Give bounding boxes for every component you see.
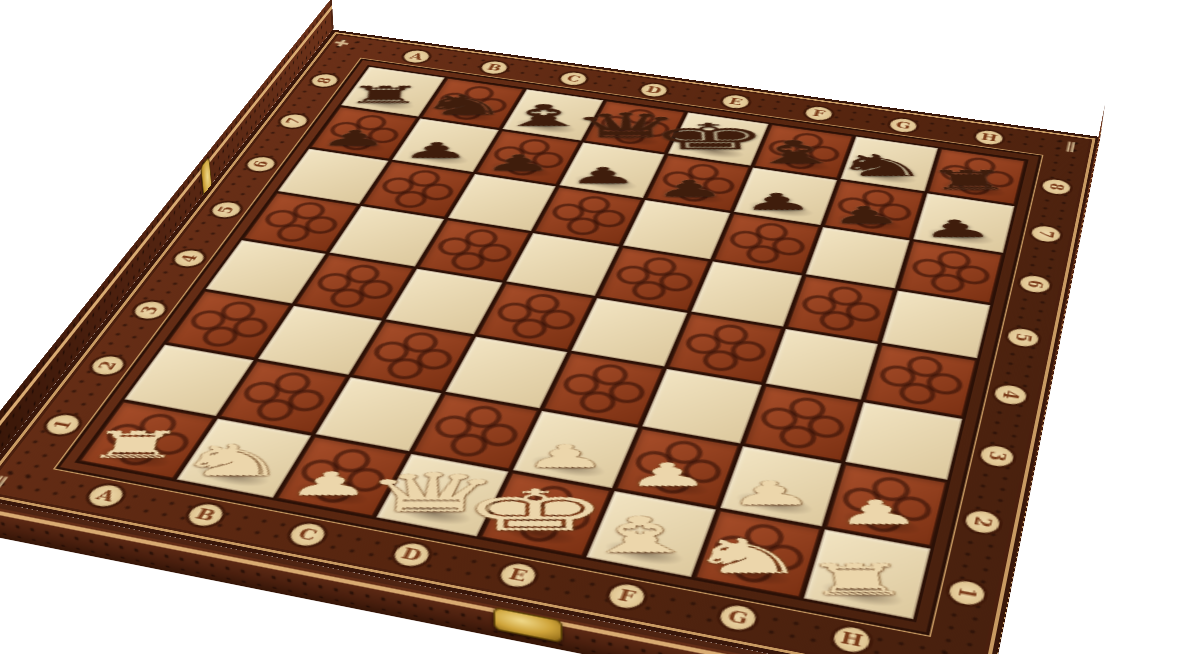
rank-label-2-left: 2 — [83, 352, 133, 379]
white-knight-b1[interactable]: ♞ — [169, 439, 294, 482]
square-c3[interactable] — [351, 321, 473, 391]
rank-label-5-left: 5 — [204, 199, 248, 221]
file-label-a-near: A — [79, 480, 132, 511]
square-d1[interactable]: ♛ — [377, 454, 509, 536]
white-queen-d1[interactable]: ♛ — [358, 467, 504, 521]
black-pawn-f7[interactable]: ♟ — [739, 190, 815, 213]
file-label-a-far: A — [397, 48, 435, 66]
piece-shadow — [733, 488, 817, 520]
square-b3[interactable] — [258, 305, 381, 374]
rank-label-6-right: 6 — [1015, 272, 1054, 296]
file-label-g-far: G — [885, 116, 921, 136]
white-pawn-g2[interactable]: ♟ — [726, 478, 816, 511]
corner-mark-far-left: ✚ — [330, 37, 353, 49]
file-label-c-near: C — [281, 518, 334, 551]
black-pawn-c7[interactable]: ♟ — [483, 152, 555, 174]
square-c2[interactable] — [315, 377, 442, 452]
product-photo-scene: ♜♞♝♛♚♝♞♜♟♟♟♟♟♟♟♟♟♟♟♟♜♞♟♛♚♝♞♜ AABBCCDDEEF… — [0, 0, 1200, 654]
square-g1[interactable]: ♞ — [694, 510, 822, 598]
file-label-f-far: F — [800, 104, 837, 123]
piece-shadow — [600, 536, 686, 570]
file-label-g-near: G — [713, 600, 764, 636]
rank-label-1-left: 1 — [37, 410, 89, 439]
square-a2[interactable] — [124, 344, 253, 416]
perspective-wrapper: ♜♞♝♛♚♝♞♜♟♟♟♟♟♟♟♟♟♟♟♟♜♞♟♛♚♝♞♜ AABBCCDDEEF… — [0, 0, 1200, 654]
white-pawn-c1[interactable]: ♟ — [284, 468, 375, 501]
rank-label-8-left: 8 — [305, 71, 345, 90]
black-rook-h8[interactable]: ♜ — [923, 167, 1015, 194]
square-f4[interactable] — [667, 313, 781, 382]
square-b1[interactable]: ♞ — [176, 419, 310, 498]
piece-shadow — [290, 478, 374, 510]
square-f1[interactable]: ♝ — [586, 491, 715, 577]
square-e3[interactable] — [543, 352, 663, 425]
black-pawn-b7[interactable]: ♟ — [400, 139, 472, 161]
square-e4[interactable] — [571, 298, 687, 366]
rank-label-4-left: 4 — [166, 247, 212, 271]
black-knight-g8[interactable]: ♞ — [829, 150, 933, 180]
file-label-h-far: H — [971, 128, 1007, 148]
file-label-h-near: H — [827, 621, 877, 654]
square-a3[interactable] — [167, 290, 291, 357]
square-g2[interactable]: ♟ — [719, 445, 842, 526]
piece-shadow — [840, 507, 925, 540]
rank-label-5-right: 5 — [1003, 325, 1044, 351]
square-h3[interactable] — [846, 402, 962, 479]
file-label-e-near: E — [492, 558, 544, 592]
black-pawn-e7[interactable]: ♟ — [653, 177, 727, 200]
square-f2[interactable]: ♟ — [615, 428, 739, 508]
white-rook-h1[interactable]: ♜ — [801, 559, 915, 602]
corner-mark-near-left: ∥ — [0, 473, 12, 493]
square-a1[interactable]: ♜ — [79, 402, 214, 479]
piece-shadow — [391, 497, 476, 529]
piece-shadow — [190, 460, 274, 491]
rank-label-7-right: 7 — [1027, 223, 1065, 246]
rank-label-3-right: 3 — [975, 441, 1019, 471]
file-label-d-near: D — [385, 538, 437, 571]
piece-shadow — [708, 556, 795, 590]
white-knight-g1[interactable]: ♞ — [684, 532, 812, 580]
piece-shadow — [93, 442, 176, 472]
square-h2[interactable]: ♟ — [826, 464, 947, 547]
black-rook-a8[interactable]: ♜ — [342, 83, 426, 107]
rank-label-3-left: 3 — [126, 298, 174, 323]
square-f3[interactable] — [642, 369, 761, 443]
white-king-e1[interactable]: ♚ — [458, 483, 610, 540]
square-d3[interactable] — [446, 336, 567, 407]
rank-label-2-right: 2 — [960, 506, 1006, 538]
rank-label-4-right: 4 — [989, 381, 1031, 409]
square-b2[interactable] — [219, 360, 347, 433]
black-pawn-h7[interactable]: ♟ — [917, 217, 997, 241]
square-h5[interactable] — [882, 291, 990, 358]
square-h1[interactable]: ♜ — [804, 530, 930, 619]
square-g3[interactable] — [743, 385, 861, 461]
square-e5[interactable] — [598, 247, 709, 311]
file-label-b-near: B — [179, 499, 232, 531]
square-g4[interactable] — [765, 329, 878, 400]
chess-board: ♜♞♝♛♚♝♞♜♟♟♟♟♟♟♟♟♟♟♟♟♜♞♟♛♚♝♞♜ AABBCCDDEEF… — [0, 30, 1100, 654]
white-pawn-f2[interactable]: ♟ — [623, 459, 711, 491]
corner-mark-far-right: ∥ — [1064, 140, 1077, 153]
file-label-b-far: B — [475, 58, 513, 76]
file-label-c-far: C — [555, 70, 593, 89]
square-h4[interactable] — [865, 345, 977, 417]
piece-shadow — [819, 576, 907, 611]
square-c1[interactable]: ♟ — [275, 436, 408, 516]
piece-shadow — [527, 451, 610, 482]
square-e1[interactable]: ♚ — [480, 473, 610, 557]
square-e2[interactable]: ♟ — [513, 410, 638, 488]
file-label-e-far: E — [717, 92, 754, 111]
rank-label-7-left: 7 — [273, 111, 314, 131]
file-label-d-far: D — [635, 81, 672, 100]
white-bishop-f1[interactable]: ♝ — [576, 510, 706, 560]
black-pawn-a7[interactable]: ♟ — [318, 127, 391, 148]
square-d2[interactable] — [413, 393, 539, 469]
rank-label-6-left: 6 — [240, 154, 282, 175]
rank-label-1-right: 1 — [943, 576, 991, 611]
black-pawn-g7[interactable]: ♟ — [827, 203, 905, 227]
black-pawn-d7[interactable]: ♟ — [568, 164, 640, 186]
white-pawn-h2[interactable]: ♟ — [831, 496, 924, 530]
white-pawn-e2[interactable]: ♟ — [522, 441, 608, 473]
piece-shadow — [629, 469, 712, 500]
file-label-f-near: F — [601, 579, 652, 614]
piece-shadow — [494, 516, 580, 549]
rank-label-8-right: 8 — [1038, 176, 1075, 198]
white-rook-a1[interactable]: ♜ — [80, 427, 189, 464]
